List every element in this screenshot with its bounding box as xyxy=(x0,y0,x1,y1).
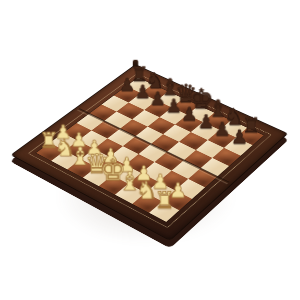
piece-black-pawn-a7[interactable]: ♟ xyxy=(119,76,135,94)
scene-background: ♜♞♝♛♚♝♞♜♟♟♟♟♟♟♟♟♟♟♟♟♟♟♟♟♜♞♝♛♚♝♞♜ xyxy=(0,0,300,300)
piece-black-pawn-d7[interactable]: ♟ xyxy=(165,97,182,115)
piece-black-pawn-b7[interactable]: ♟ xyxy=(134,83,150,101)
piece-black-pawn-g7[interactable]: ♟ xyxy=(214,120,231,139)
piece-white-rook-h1[interactable]: ♜ xyxy=(154,190,174,213)
piece-black-pawn-c7[interactable]: ♟ xyxy=(150,90,166,108)
piece-black-pawn-f7[interactable]: ♟ xyxy=(198,112,215,131)
piece-black-pawn-e7[interactable]: ♟ xyxy=(181,104,198,123)
piece-black-pawn-h7[interactable]: ♟ xyxy=(231,127,248,146)
